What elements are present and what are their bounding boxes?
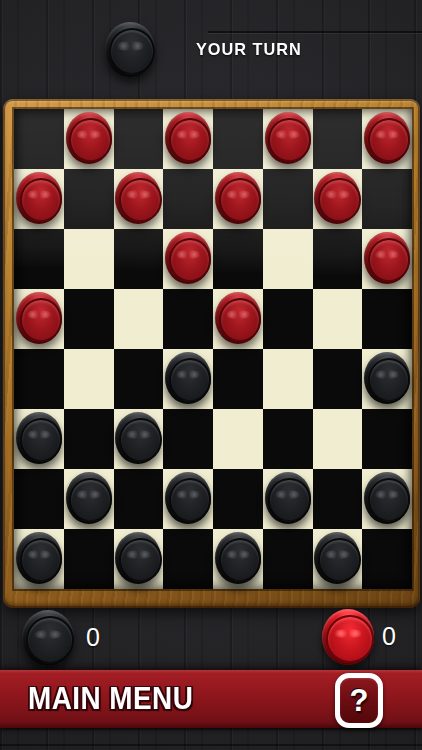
counter-checker-black (22, 610, 74, 666)
help-button[interactable]: ? (335, 673, 383, 728)
checker-black[interactable] (115, 412, 161, 464)
checker-red[interactable] (165, 112, 211, 164)
checker-black[interactable] (314, 532, 360, 584)
main-menu-button[interactable]: MAIN MENU (28, 670, 193, 728)
checker-red[interactable] (314, 172, 360, 224)
plank-seam (0, 744, 422, 746)
checker-black[interactable] (66, 472, 112, 524)
checker-black[interactable] (115, 532, 161, 584)
turn-label: YOUR TURN (196, 40, 302, 60)
checkers-board (3, 99, 420, 608)
board-pieces (14, 109, 412, 589)
checker-black[interactable] (265, 472, 311, 524)
plank-seam (208, 31, 422, 33)
counter-checker-red (322, 609, 374, 665)
checker-black[interactable] (16, 532, 62, 584)
question-mark-icon: ? (350, 685, 369, 716)
bottom-menu-bar: MAIN MENU ? (0, 670, 422, 728)
checker-black[interactable] (16, 412, 62, 464)
turn-indicator-checker-black (105, 22, 155, 77)
checker-black[interactable] (364, 352, 410, 404)
checker-red[interactable] (215, 172, 261, 224)
checker-red[interactable] (265, 112, 311, 164)
checker-red[interactable] (364, 232, 410, 284)
checker-black[interactable] (165, 352, 211, 404)
checker-red[interactable] (165, 232, 211, 284)
checker-red[interactable] (16, 172, 62, 224)
checker-black[interactable] (215, 532, 261, 584)
checker-black[interactable] (165, 472, 211, 524)
game-screen: YOUR TURN 0 0 MAIN MENU ? (0, 0, 422, 750)
red-captured-count: 0 (382, 622, 396, 651)
checker-red[interactable] (16, 292, 62, 344)
black-captured-count: 0 (86, 623, 100, 652)
checker-red[interactable] (66, 112, 112, 164)
checker-red[interactable] (364, 112, 410, 164)
checker-red[interactable] (115, 172, 161, 224)
checker-black[interactable] (364, 472, 410, 524)
checker-red[interactable] (215, 292, 261, 344)
